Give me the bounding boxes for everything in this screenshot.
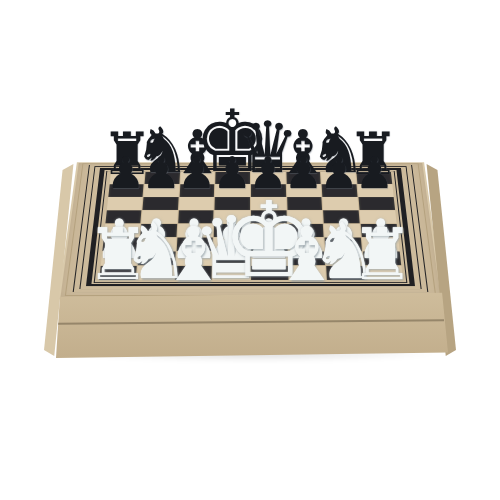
piece-white-rook-h1[interactable]: ♜ [350, 219, 414, 290]
piece-black-pawn-b7[interactable]: ♟ [142, 151, 181, 195]
lid-base-seam [58, 319, 444, 324]
product-photo-scene: ♜♞♝♚♛♝♞♜♟♟♟♟♟♟♟♟♟♟♟♟♟♟♟♟♜♞♝♛♚♝♞♜ [0, 0, 500, 500]
piece-black-pawn-g7[interactable]: ♟ [319, 151, 358, 195]
piece-black-pawn-c7[interactable]: ♟ [177, 151, 216, 195]
piece-black-pawn-a7[interactable]: ♟ [106, 151, 145, 195]
piece-black-pawn-h7[interactable]: ♟ [355, 151, 394, 195]
